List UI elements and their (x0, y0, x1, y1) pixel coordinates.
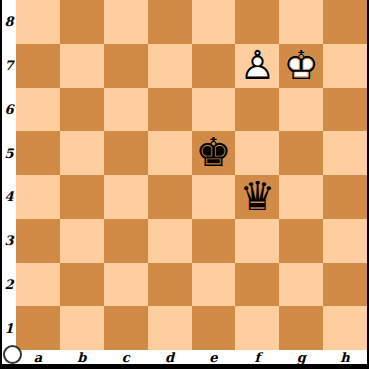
square-f2[interactable] (235, 263, 279, 307)
square-d1[interactable] (148, 306, 192, 350)
square-h8[interactable] (323, 0, 367, 44)
square-d5[interactable] (148, 131, 192, 175)
square-f5[interactable] (235, 131, 279, 175)
square-e5[interactable]: ♚ (192, 131, 236, 175)
square-e1[interactable] (192, 306, 236, 350)
file-label-g: g (279, 350, 323, 365)
square-f4[interactable]: ♛ (235, 175, 279, 219)
square-e2[interactable] (192, 263, 236, 307)
square-f8[interactable] (235, 0, 279, 44)
square-a3[interactable] (16, 219, 60, 263)
square-c5[interactable] (104, 131, 148, 175)
rank-label-8: 8 (2, 0, 16, 44)
square-b7[interactable] (60, 44, 104, 88)
square-c3[interactable] (104, 219, 148, 263)
square-d4[interactable] (148, 175, 192, 219)
square-a2[interactable] (16, 263, 60, 307)
white-pawn[interactable]: ♟♙ (235, 44, 279, 88)
square-b2[interactable] (60, 263, 104, 307)
square-e6[interactable] (192, 88, 236, 132)
square-a8[interactable] (16, 0, 60, 44)
file-label-d: d (148, 350, 192, 365)
square-b4[interactable] (60, 175, 104, 219)
rank-label-2: 2 (2, 263, 16, 307)
file-label-h: h (323, 350, 367, 365)
square-e7[interactable] (192, 44, 236, 88)
square-g7[interactable]: ♚♔ (279, 44, 323, 88)
rank-label-6: 6 (2, 88, 16, 132)
rank-labels: 87654321 (2, 0, 16, 350)
square-d3[interactable] (148, 219, 192, 263)
file-labels: abcdefgh (16, 350, 367, 364)
square-b6[interactable] (60, 88, 104, 132)
square-d6[interactable] (148, 88, 192, 132)
square-g3[interactable] (279, 219, 323, 263)
rank-label-1: 1 (2, 306, 16, 350)
square-f1[interactable] (235, 306, 279, 350)
square-h3[interactable] (323, 219, 367, 263)
file-label-a: a (16, 350, 60, 365)
square-b5[interactable] (60, 131, 104, 175)
file-label-f: f (235, 350, 279, 365)
white-king[interactable]: ♚♔ (279, 44, 323, 88)
square-b8[interactable] (60, 0, 104, 44)
square-a1[interactable] (16, 306, 60, 350)
square-c8[interactable] (104, 0, 148, 44)
square-c2[interactable] (104, 263, 148, 307)
rank-label-7: 7 (2, 44, 16, 88)
square-c1[interactable] (104, 306, 148, 350)
square-b3[interactable] (60, 219, 104, 263)
square-h4[interactable] (323, 175, 367, 219)
square-b1[interactable] (60, 306, 104, 350)
square-h2[interactable] (323, 263, 367, 307)
side-to-move-indicator (3, 345, 22, 364)
square-g1[interactable] (279, 306, 323, 350)
diagram-background: ♟♙♚♔♚♛ 87654321 abcdefgh (2, 0, 367, 364)
square-d2[interactable] (148, 263, 192, 307)
chess-diagram: ♟♙♚♔♚♛ 87654321 abcdefgh (0, 0, 369, 369)
chess-board: ♟♙♚♔♚♛ (16, 0, 367, 350)
square-c7[interactable] (104, 44, 148, 88)
square-d7[interactable] (148, 44, 192, 88)
square-a7[interactable] (16, 44, 60, 88)
square-g5[interactable] (279, 131, 323, 175)
file-label-b: b (60, 350, 104, 365)
file-label-c: c (104, 350, 148, 365)
square-g4[interactable] (279, 175, 323, 219)
square-f7[interactable]: ♟♙ (235, 44, 279, 88)
black-king[interactable]: ♚ (192, 131, 236, 175)
rank-label-5: 5 (2, 131, 16, 175)
square-h6[interactable] (323, 88, 367, 132)
square-h5[interactable] (323, 131, 367, 175)
rank-label-3: 3 (2, 219, 16, 263)
square-g8[interactable] (279, 0, 323, 44)
file-label-e: e (192, 350, 236, 365)
square-f3[interactable] (235, 219, 279, 263)
square-a5[interactable] (16, 131, 60, 175)
square-c4[interactable] (104, 175, 148, 219)
square-a4[interactable] (16, 175, 60, 219)
square-c6[interactable] (104, 88, 148, 132)
square-a6[interactable] (16, 88, 60, 132)
square-f6[interactable] (235, 88, 279, 132)
square-g2[interactable] (279, 263, 323, 307)
square-h7[interactable] (323, 44, 367, 88)
square-e3[interactable] (192, 219, 236, 263)
rank-label-4: 4 (2, 175, 16, 219)
square-h1[interactable] (323, 306, 367, 350)
square-d8[interactable] (148, 0, 192, 44)
black-queen[interactable]: ♛ (235, 175, 279, 219)
square-g6[interactable] (279, 88, 323, 132)
square-e8[interactable] (192, 0, 236, 44)
square-e4[interactable] (192, 175, 236, 219)
